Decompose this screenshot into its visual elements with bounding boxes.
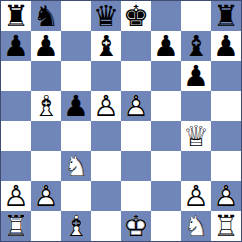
square-g6[interactable]: ♟ [181, 61, 211, 91]
square-e6[interactable] [121, 61, 151, 91]
square-b4[interactable] [31, 121, 61, 151]
square-d1[interactable] [91, 211, 121, 241]
piece-glyph: ♟ [63, 91, 89, 121]
square-f7[interactable]: ♟ [151, 31, 181, 61]
piece-glyph: ♖ [213, 211, 239, 241]
piece-glyph: ♜ [213, 1, 239, 31]
square-d3[interactable] [91, 151, 121, 181]
piece-glyph: ♝ [93, 31, 119, 61]
piece-glyph: ♗ [63, 211, 89, 241]
square-e4[interactable] [121, 121, 151, 151]
square-e8[interactable]: ♚ [121, 1, 151, 31]
square-b2[interactable]: ♟♙ [31, 181, 61, 211]
square-h3[interactable] [211, 151, 241, 181]
square-c2[interactable] [61, 181, 91, 211]
piece-glyph: ♜ [3, 1, 29, 31]
white-rook[interactable]: ♜♖ [1, 211, 31, 241]
square-f3[interactable] [151, 151, 181, 181]
square-h2[interactable]: ♟♙ [211, 181, 241, 211]
white-pawn[interactable]: ♟♙ [121, 91, 151, 121]
white-rook[interactable]: ♜♖ [211, 211, 241, 241]
square-g3[interactable] [181, 151, 211, 181]
square-a4[interactable] [1, 121, 31, 151]
piece-glyph: ♟ [33, 31, 59, 61]
piece-glyph: ♕ [183, 121, 209, 151]
black-king[interactable]: ♚ [121, 1, 151, 31]
square-a6[interactable] [1, 61, 31, 91]
square-g7[interactable]: ♝ [181, 31, 211, 61]
square-h1[interactable]: ♜♖ [211, 211, 241, 241]
piece-glyph: ♘ [63, 151, 89, 181]
square-f6[interactable] [151, 61, 181, 91]
piece-glyph: ♙ [123, 91, 149, 121]
piece-glyph: ♗ [33, 91, 59, 121]
square-e7[interactable] [121, 31, 151, 61]
white-knight[interactable]: ♞♘ [61, 151, 91, 181]
piece-glyph: ♙ [183, 181, 209, 211]
piece-glyph: ♖ [3, 211, 29, 241]
black-knight[interactable]: ♞ [31, 1, 61, 31]
black-bishop[interactable]: ♝ [91, 31, 121, 61]
square-g8[interactable] [181, 1, 211, 31]
black-pawn[interactable]: ♟ [1, 31, 31, 61]
chess-board-frame: ♜♞♛♚♜♟♟♝♟♝♟♟♝♗♟♟♙♟♙♛♕♞♘♟♙♟♙♟♙♟♙♜♖♝♗♚♔♞♘♜… [0, 0, 242, 242]
square-c4[interactable] [61, 121, 91, 151]
white-knight[interactable]: ♞♘ [181, 211, 211, 241]
square-e2[interactable] [121, 181, 151, 211]
square-a2[interactable]: ♟♙ [1, 181, 31, 211]
square-a1[interactable]: ♜♖ [1, 211, 31, 241]
white-bishop[interactable]: ♝♗ [61, 211, 91, 241]
piece-glyph: ♞ [33, 1, 59, 31]
square-f8[interactable] [151, 1, 181, 31]
square-h4[interactable] [211, 121, 241, 151]
square-g4[interactable]: ♛♕ [181, 121, 211, 151]
square-g5[interactable] [181, 91, 211, 121]
piece-glyph: ♛ [93, 1, 119, 31]
piece-glyph: ♙ [33, 181, 59, 211]
square-g2[interactable]: ♟♙ [181, 181, 211, 211]
square-c8[interactable] [61, 1, 91, 31]
piece-glyph: ♟ [183, 61, 209, 91]
square-b8[interactable]: ♞ [31, 1, 61, 31]
square-f2[interactable] [151, 181, 181, 211]
piece-glyph: ♙ [213, 181, 239, 211]
square-f4[interactable] [151, 121, 181, 151]
white-pawn[interactable]: ♟♙ [211, 181, 241, 211]
black-pawn[interactable]: ♟ [181, 61, 211, 91]
square-h6[interactable] [211, 61, 241, 91]
square-a3[interactable] [1, 151, 31, 181]
black-pawn[interactable]: ♟ [31, 31, 61, 61]
square-f1[interactable] [151, 211, 181, 241]
square-h7[interactable]: ♟ [211, 31, 241, 61]
black-queen[interactable]: ♛ [91, 1, 121, 31]
white-pawn[interactable]: ♟♙ [91, 91, 121, 121]
white-pawn[interactable]: ♟♙ [1, 181, 31, 211]
square-d4[interactable] [91, 121, 121, 151]
black-pawn[interactable]: ♟ [151, 31, 181, 61]
square-a5[interactable] [1, 91, 31, 121]
black-pawn[interactable]: ♟ [211, 31, 241, 61]
square-b5[interactable]: ♝♗ [31, 91, 61, 121]
black-pawn[interactable]: ♟ [61, 91, 91, 121]
piece-glyph: ♟ [213, 31, 239, 61]
square-b3[interactable] [31, 151, 61, 181]
square-b1[interactable] [31, 211, 61, 241]
piece-glyph: ♔ [123, 211, 149, 241]
square-f5[interactable] [151, 91, 181, 121]
white-king[interactable]: ♚♔ [121, 211, 151, 241]
square-h8[interactable]: ♜ [211, 1, 241, 31]
white-queen[interactable]: ♛♕ [181, 121, 211, 151]
square-d5[interactable]: ♟♙ [91, 91, 121, 121]
square-e1[interactable]: ♚♔ [121, 211, 151, 241]
white-pawn[interactable]: ♟♙ [31, 181, 61, 211]
square-d7[interactable]: ♝ [91, 31, 121, 61]
white-pawn[interactable]: ♟♙ [181, 181, 211, 211]
piece-glyph: ♝ [183, 31, 209, 61]
square-d2[interactable] [91, 181, 121, 211]
square-b6[interactable] [31, 61, 61, 91]
square-c1[interactable]: ♝♗ [61, 211, 91, 241]
square-a7[interactable]: ♟ [1, 31, 31, 61]
piece-glyph: ♘ [183, 211, 209, 241]
piece-glyph: ♚ [123, 1, 149, 31]
square-e5[interactable]: ♟♙ [121, 91, 151, 121]
square-c3[interactable]: ♞♘ [61, 151, 91, 181]
black-rook[interactable]: ♜ [1, 1, 31, 31]
square-g1[interactable]: ♞♘ [181, 211, 211, 241]
piece-glyph: ♙ [3, 181, 29, 211]
white-bishop[interactable]: ♝♗ [31, 91, 61, 121]
square-b7[interactable]: ♟ [31, 31, 61, 61]
square-a8[interactable]: ♜ [1, 1, 31, 31]
chess-board: ♜♞♛♚♜♟♟♝♟♝♟♟♝♗♟♟♙♟♙♛♕♞♘♟♙♟♙♟♙♟♙♜♖♝♗♚♔♞♘♜… [1, 1, 241, 241]
square-h5[interactable] [211, 91, 241, 121]
piece-glyph: ♟ [153, 31, 179, 61]
square-c7[interactable] [61, 31, 91, 61]
black-rook[interactable]: ♜ [211, 1, 241, 31]
piece-glyph: ♟ [3, 31, 29, 61]
square-e3[interactable] [121, 151, 151, 181]
square-d8[interactable]: ♛ [91, 1, 121, 31]
square-d6[interactable] [91, 61, 121, 91]
black-bishop[interactable]: ♝ [181, 31, 211, 61]
piece-glyph: ♙ [93, 91, 119, 121]
square-c5[interactable]: ♟ [61, 91, 91, 121]
square-c6[interactable] [61, 61, 91, 91]
